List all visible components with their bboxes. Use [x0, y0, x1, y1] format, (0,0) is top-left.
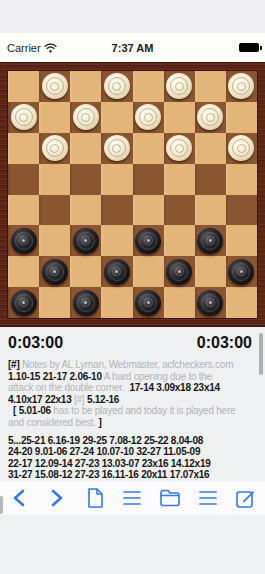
white-man[interactable]: ⛀ [228, 135, 254, 161]
move-text: 22-17 12.09-14 27-23 13.03-07 23x16 14.1… [8, 458, 211, 469]
light-square [133, 256, 164, 287]
square-27[interactable]: ⛂ [164, 256, 195, 287]
square-18[interactable] [101, 195, 132, 226]
annotation-line: 5...25-21 6.16-19 29-25 7.08-12 25-22 8.… [8, 435, 257, 447]
move-text: 4.10x17 22x13 [8, 394, 74, 405]
square-8[interactable]: ⛀ [195, 102, 226, 133]
light-square [39, 225, 70, 256]
light-square [164, 225, 195, 256]
notes-scroll-indicator[interactable] [259, 333, 263, 375]
light-square [70, 256, 101, 287]
move-text: 5...25-21 6.16-19 29-25 7.08-12 25-22 8.… [8, 435, 203, 446]
light-square [8, 133, 39, 164]
square-9[interactable]: ⛀ [39, 133, 70, 164]
games-folder-button[interactable] [156, 484, 184, 512]
forward-button[interactable] [43, 484, 71, 512]
white-man[interactable]: ⛀ [11, 104, 37, 130]
menu-list-button[interactable] [194, 484, 222, 512]
annotation-line: 31-27 15.08-12 27-23 16.11-16 20x11 17.0… [8, 469, 257, 481]
black-man[interactable]: ⛂ [104, 259, 130, 285]
square-19[interactable] [164, 195, 195, 226]
white-man[interactable]: ⛀ [197, 104, 223, 130]
checkers-board: ⛀⛀⛀⛀⛀⛀⛀⛀⛀⛀⛀⛀⛂⛂⛂⛂⛂⛂⛂⛂⛂⛂⛂⛂ [0, 62, 265, 327]
black-man[interactable]: ⛂ [73, 228, 99, 254]
light-square [164, 102, 195, 133]
square-22[interactable]: ⛂ [70, 225, 101, 256]
square-4[interactable]: ⛀ [226, 71, 257, 102]
move-text: 17-14 3.09x18 23x14 [129, 382, 219, 393]
white-man[interactable]: ⛀ [135, 104, 161, 130]
white-man[interactable]: ⛀ [104, 135, 130, 161]
new-document-button[interactable] [81, 484, 109, 512]
square-13[interactable] [8, 164, 39, 195]
black-man[interactable]: ⛂ [197, 228, 223, 254]
chevron-left-icon [12, 489, 26, 507]
light-square [195, 256, 226, 287]
black-man[interactable]: ⛂ [135, 228, 161, 254]
annotation-line: [#] Notes by AL Lyman, Webmaster, acfche… [8, 359, 257, 371]
square-5[interactable]: ⛀ [8, 102, 39, 133]
move-text: 24-20 9.01-06 27-24 10.07-10 32-27 11.05… [8, 446, 200, 457]
move-text: ] [98, 417, 101, 428]
light-square [8, 71, 39, 102]
square-17[interactable] [39, 195, 70, 226]
light-square [133, 195, 164, 226]
clock-time: 7:37 AM [0, 42, 265, 54]
black-man[interactable]: ⛂ [11, 228, 37, 254]
light-square [133, 71, 164, 102]
list-icon [122, 489, 142, 507]
annotation-line: attack on the double corner. 17-14 3.09x… [8, 382, 257, 394]
square-15[interactable] [133, 164, 164, 195]
square-10[interactable]: ⛀ [101, 133, 132, 164]
light-square [70, 133, 101, 164]
square-2[interactable]: ⛀ [101, 71, 132, 102]
square-29[interactable]: ⛂ [8, 287, 39, 318]
compose-button[interactable] [232, 484, 260, 512]
move-text: [#] [8, 359, 19, 370]
comment-text: and considered best. [8, 417, 98, 428]
comment-text: attack on the double corner. [8, 382, 129, 393]
back-button[interactable] [5, 484, 33, 512]
square-24[interactable]: ⛂ [195, 225, 226, 256]
move-text: [ 5.01-06 [8, 405, 51, 416]
light-square [8, 256, 39, 287]
light-square [195, 71, 226, 102]
light-square [164, 287, 195, 318]
square-12[interactable]: ⛀ [226, 133, 257, 164]
toolbar-scroll-indicator[interactable] [0, 496, 3, 514]
right-clock: 0:03:00 [197, 334, 252, 352]
annotation-line: and considered best. ] [8, 417, 257, 429]
move-text: 1.10-15 21-17 2.06-10 [8, 371, 102, 382]
white-man[interactable]: ⛀ [104, 73, 130, 99]
square-6[interactable]: ⛀ [70, 102, 101, 133]
light-square [133, 133, 164, 164]
white-man[interactable]: ⛀ [166, 135, 192, 161]
document-icon [85, 487, 105, 509]
light-square [101, 102, 132, 133]
light-square [226, 164, 257, 195]
black-man[interactable]: ⛂ [228, 259, 254, 285]
light-square [101, 225, 132, 256]
black-man[interactable]: ⛂ [42, 259, 68, 285]
black-man[interactable]: ⛂ [166, 259, 192, 285]
light-square [226, 225, 257, 256]
square-3[interactable]: ⛀ [164, 71, 195, 102]
light-square [226, 102, 257, 133]
square-32[interactable]: ⛂ [195, 287, 226, 318]
board-grid: ⛀⛀⛀⛀⛀⛀⛀⛀⛀⛀⛀⛀⛂⛂⛂⛂⛂⛂⛂⛂⛂⛂⛂⛂ [8, 71, 257, 318]
square-31[interactable]: ⛂ [133, 287, 164, 318]
square-14[interactable] [70, 164, 101, 195]
square-1[interactable]: ⛀ [39, 71, 70, 102]
square-30[interactable]: ⛂ [70, 287, 101, 318]
light-square [226, 287, 257, 318]
light-square [39, 164, 70, 195]
comment-text: [#] [74, 394, 84, 405]
light-square [195, 133, 226, 164]
light-square [101, 287, 132, 318]
comment-text: Notes by AL Lyman, Webmaster, acfchecker… [19, 359, 233, 370]
list-icon [198, 489, 218, 507]
notes-scrollview[interactable]: [#] Notes by AL Lyman, Webmaster, acfche… [0, 354, 265, 481]
black-man[interactable]: ⛂ [135, 290, 161, 316]
light-square [70, 71, 101, 102]
battery-icon [239, 43, 259, 52]
square-7[interactable]: ⛀ [133, 102, 164, 133]
app-screen: Carrier 7:37 AM ⛀⛀⛀⛀⛀⛀⛀⛀⛀⛀⛀⛀⛂⛂⛂⛂⛂⛂⛂⛂⛂⛂⛂⛂… [0, 0, 265, 574]
light-square [70, 195, 101, 226]
square-16[interactable] [195, 164, 226, 195]
annotation-line: 24-20 9.01-06 27-24 10.07-10 32-27 11.05… [8, 446, 257, 458]
folder-icon [159, 489, 181, 507]
comment-text: A hard opening due to the [102, 371, 212, 382]
compose-icon [235, 488, 256, 509]
chevron-right-icon [50, 489, 64, 507]
black-man[interactable]: ⛂ [73, 290, 99, 316]
annotation-line: 22-17 12.09-14 27-23 13.03-07 23x16 14.1… [8, 458, 257, 470]
annotation-line: 4.10x17 22x13 [#] 5.12-16 [8, 394, 257, 406]
square-28[interactable]: ⛂ [226, 256, 257, 287]
top-letterbox [0, 0, 265, 33]
square-25[interactable]: ⛂ [39, 256, 70, 287]
light-square [164, 164, 195, 195]
status-bar: Carrier 7:37 AM [0, 33, 265, 62]
comment-text: has to be played and today it is played … [51, 405, 235, 416]
annotation-line: [ 5.01-06 has to be played and today it … [8, 405, 257, 417]
black-man[interactable]: ⛂ [11, 290, 37, 316]
square-11[interactable]: ⛀ [164, 133, 195, 164]
white-man[interactable]: ⛀ [166, 73, 192, 99]
light-square [8, 195, 39, 226]
light-square [195, 195, 226, 226]
game-clocks: 0:03:00 0:03:00 [0, 327, 265, 354]
white-man[interactable]: ⛀ [228, 73, 254, 99]
light-square [101, 164, 132, 195]
white-man[interactable]: ⛀ [73, 104, 99, 130]
white-man[interactable]: ⛀ [42, 73, 68, 99]
square-23[interactable]: ⛂ [133, 225, 164, 256]
light-square [39, 287, 70, 318]
white-man[interactable]: ⛀ [42, 135, 68, 161]
light-square [39, 102, 70, 133]
black-man[interactable]: ⛂ [197, 290, 223, 316]
move-list-button[interactable] [118, 484, 146, 512]
square-26[interactable]: ⛂ [101, 256, 132, 287]
move-text: 31-27 15.08-12 27-23 16.11-16 20x11 17.0… [8, 469, 209, 480]
move-text: 5.12-16 [84, 394, 119, 405]
annotation-line: 1.10-15 21-17 2.06-10 A hard opening due… [8, 371, 257, 383]
square-20[interactable] [226, 195, 257, 226]
square-21[interactable]: ⛂ [8, 225, 39, 256]
left-clock: 0:03:00 [8, 334, 63, 352]
bottom-toolbar [0, 481, 265, 515]
